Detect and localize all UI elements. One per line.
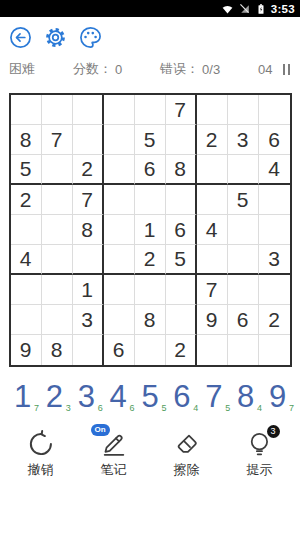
pad-remaining-count: 6	[130, 403, 135, 413]
cell-r2c7[interactable]: 2	[197, 125, 228, 155]
pad-remaining-count: 5	[161, 403, 166, 413]
cell-r8c3[interactable]: 3	[73, 305, 104, 335]
cell-r5c5[interactable]: 1	[135, 215, 166, 245]
hint-label: 提示	[247, 461, 273, 479]
back-icon	[9, 26, 32, 49]
pause-button[interactable]	[282, 62, 292, 77]
eraser-icon	[173, 430, 201, 458]
numpad-key-9[interactable]: 97	[263, 376, 292, 416]
cell-r5c3[interactable]: 8	[73, 215, 104, 245]
cell-r4c9[interactable]	[259, 185, 290, 215]
cell-r5c8[interactable]	[228, 215, 259, 245]
cell-r1c5[interactable]	[135, 95, 166, 125]
cell-r8c8[interactable]: 6	[228, 305, 259, 335]
numpad-key-5[interactable]: 55	[136, 376, 165, 416]
pad-digit: 9	[269, 381, 286, 412]
cell-r7c6[interactable]	[166, 275, 197, 305]
errors-value: 0/3	[202, 62, 220, 77]
cell-r7c4[interactable]	[104, 275, 135, 305]
cell-r6c5[interactable]: 2	[135, 245, 166, 275]
cell-r9c2[interactable]: 8	[42, 335, 73, 365]
pause-icon	[288, 64, 291, 75]
cell-r2c4[interactable]	[104, 125, 135, 155]
cell-r3c1[interactable]: 5	[11, 155, 42, 185]
cell-r2c9[interactable]: 6	[259, 125, 290, 155]
pad-remaining-count: 4	[193, 403, 198, 413]
cell-r8c1[interactable]	[11, 305, 42, 335]
cell-r2c6[interactable]	[166, 125, 197, 155]
cell-r6c3[interactable]	[73, 245, 104, 275]
notes-on-badge: On	[91, 424, 110, 436]
theme-button[interactable]	[79, 26, 102, 49]
pad-digit: 3	[78, 381, 95, 412]
cell-r1c9[interactable]	[259, 95, 290, 125]
pad-remaining-count: 5	[225, 403, 230, 413]
score-value: 0	[115, 62, 122, 77]
battery-charging-icon	[255, 2, 267, 16]
cell-r2c3[interactable]	[73, 125, 104, 155]
errors-group: 错误： 0/3	[160, 60, 220, 78]
cell-r8c9[interactable]: 2	[259, 305, 290, 335]
cell-r6c9[interactable]: 3	[259, 245, 290, 275]
cell-r4c6[interactable]	[166, 185, 197, 215]
notes-label: 笔记	[101, 461, 127, 479]
cell-r3c2[interactable]	[42, 155, 73, 185]
numpad-key-6[interactable]: 64	[167, 376, 196, 416]
cell-r5c7[interactable]: 4	[197, 215, 228, 245]
cell-r5c9[interactable]	[259, 215, 290, 245]
cell-r4c8[interactable]: 5	[228, 185, 259, 215]
cell-r3c9[interactable]: 4	[259, 155, 290, 185]
pad-remaining-count: 6	[98, 403, 103, 413]
pad-digit: 4	[110, 381, 127, 412]
cell-r7c2[interactable]	[42, 275, 73, 305]
cell-r2c5[interactable]: 5	[135, 125, 166, 155]
hint-button[interactable]: 3 提示	[223, 430, 296, 479]
cell-r2c1[interactable]: 8	[11, 125, 42, 155]
palette-icon	[79, 26, 102, 49]
cell-r1c2[interactable]	[42, 95, 73, 125]
cell-r3c4[interactable]	[104, 155, 135, 185]
cell-r8c7[interactable]: 9	[197, 305, 228, 335]
pad-remaining-count: 4	[257, 403, 262, 413]
status-bar: 3:53	[0, 0, 300, 17]
status-time: 3:53	[271, 3, 295, 15]
cell-r6c4[interactable]	[104, 245, 135, 275]
cell-r9c8[interactable]	[228, 335, 259, 365]
cell-r6c1[interactable]: 4	[11, 245, 42, 275]
cell-r3c3[interactable]: 2	[73, 155, 104, 185]
difficulty-label: 困难	[9, 60, 35, 78]
numpad-key-3[interactable]: 36	[72, 376, 101, 416]
cell-r8c6[interactable]	[166, 305, 197, 335]
cell-r9c5[interactable]	[135, 335, 166, 365]
cell-r7c7[interactable]: 7	[197, 275, 228, 305]
no-signal-icon	[238, 2, 251, 15]
numpad-key-4[interactable]: 46	[104, 376, 133, 416]
cell-r9c9[interactable]	[259, 335, 290, 365]
cell-r3c6[interactable]: 8	[166, 155, 197, 185]
gear-icon	[44, 26, 67, 49]
score-group: 分数： 0	[73, 60, 122, 78]
cell-r5c1[interactable]	[11, 215, 42, 245]
cell-r9c6[interactable]: 2	[166, 335, 197, 365]
cell-r7c8[interactable]	[228, 275, 259, 305]
cell-r1c7[interactable]	[197, 95, 228, 125]
cell-r7c1[interactable]	[11, 275, 42, 305]
pad-digit: 8	[237, 381, 254, 412]
cell-r5c2[interactable]	[42, 215, 73, 245]
hint-count-badge: 3	[267, 425, 280, 438]
cell-r4c5[interactable]	[135, 185, 166, 215]
number-pad: 172336465564758497	[0, 376, 300, 416]
erase-label: 擦除	[174, 461, 200, 479]
cell-r1c8[interactable]	[228, 95, 259, 125]
undo-label: 撤销	[28, 461, 54, 479]
cell-r7c5[interactable]	[135, 275, 166, 305]
info-bar: 困难 分数： 0 错误： 0/3 04	[0, 59, 300, 79]
nav-bar	[0, 17, 300, 49]
cell-r5c4[interactable]	[104, 215, 135, 245]
undo-icon	[27, 430, 55, 458]
pad-digit: 1	[14, 381, 31, 412]
cell-r6c8[interactable]	[228, 245, 259, 275]
pad-remaining-count: 7	[289, 403, 294, 413]
cell-r4c4[interactable]	[104, 185, 135, 215]
numpad-key-1[interactable]: 17	[8, 376, 37, 416]
cell-r1c6[interactable]: 7	[166, 95, 197, 125]
cell-r6c2[interactable]	[42, 245, 73, 275]
pad-digit: 7	[205, 381, 222, 412]
errors-label: 错误：	[160, 60, 199, 78]
notes-button[interactable]: On 笔记	[77, 430, 150, 479]
cell-r1c3[interactable]	[73, 95, 104, 125]
cell-r6c6[interactable]: 5	[166, 245, 197, 275]
pad-digit: 2	[46, 381, 63, 412]
cell-r1c1[interactable]	[11, 95, 42, 125]
cell-r4c1[interactable]: 2	[11, 185, 42, 215]
toolbar: 撤销 On 笔记 擦除 3	[0, 430, 300, 479]
cell-r9c4[interactable]: 6	[104, 335, 135, 365]
cell-r8c5[interactable]: 8	[135, 305, 166, 335]
cell-r3c5[interactable]: 6	[135, 155, 166, 185]
cell-r1c4[interactable]	[104, 95, 135, 125]
score-label: 分数：	[73, 60, 112, 78]
back-button[interactable]	[9, 26, 32, 49]
cell-r3c7[interactable]	[197, 155, 228, 185]
pause-icon	[283, 64, 286, 75]
cell-r7c3[interactable]: 1	[73, 275, 104, 305]
cell-r4c3[interactable]: 7	[73, 185, 104, 215]
numpad-key-7[interactable]: 75	[199, 376, 228, 416]
wifi-icon	[221, 2, 234, 15]
cell-r2c8[interactable]: 3	[228, 125, 259, 155]
erase-button[interactable]: 擦除	[150, 430, 223, 479]
cell-r4c2[interactable]	[42, 185, 73, 215]
pad-remaining-count: 3	[66, 403, 71, 413]
cell-r9c1[interactable]: 9	[11, 335, 42, 365]
timer-group: 04	[258, 62, 291, 77]
cell-r8c2[interactable]	[42, 305, 73, 335]
numpad-key-8[interactable]: 84	[231, 376, 260, 416]
pad-remaining-count: 7	[34, 403, 39, 413]
settings-button[interactable]	[44, 26, 67, 49]
pad-digit: 5	[141, 381, 158, 412]
cell-r5c6[interactable]: 6	[166, 215, 197, 245]
sudoku-board: 7875236526842758164425317389629862	[9, 93, 292, 367]
pad-digit: 6	[173, 381, 190, 412]
cell-r4c7[interactable]	[197, 185, 228, 215]
cell-r8c4[interactable]	[104, 305, 135, 335]
cell-r2c2[interactable]: 7	[42, 125, 73, 155]
cell-r3c8[interactable]	[228, 155, 259, 185]
numpad-key-2[interactable]: 23	[40, 376, 69, 416]
cell-r7c9[interactable]	[259, 275, 290, 305]
cell-r9c3[interactable]	[73, 335, 104, 365]
cell-r6c7[interactable]	[197, 245, 228, 275]
timer-value: 04	[258, 62, 272, 77]
cell-r9c7[interactable]	[197, 335, 228, 365]
undo-button[interactable]: 撤销	[4, 430, 77, 479]
